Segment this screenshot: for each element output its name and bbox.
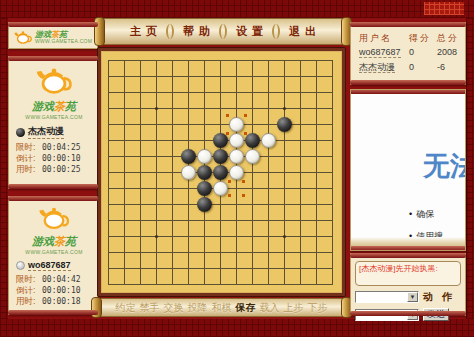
stone-white <box>229 165 244 180</box>
black-stone-icon <box>16 128 25 137</box>
time-value: 00:00:18 <box>42 296 81 307</box>
time-value: 00:00:10 <box>42 285 81 296</box>
scroll-cap <box>350 246 466 251</box>
action-button-3[interactable]: 交换 <box>164 301 184 315</box>
stone-white <box>229 133 244 148</box>
time-label: 用时: <box>16 296 42 307</box>
score-header-2: 得分 <box>409 33 437 43</box>
site-url: WWW.GAMETEA.COM <box>16 114 92 120</box>
score-row-score-2: 0 <box>409 62 437 73</box>
time-value: 00:00:10 <box>42 153 81 164</box>
stone-black <box>277 117 292 132</box>
time-value: 00:00:25 <box>42 164 81 175</box>
time-row: 倒计:00:00:10 <box>16 285 92 296</box>
stone-black <box>197 197 212 212</box>
action-label[interactable]: 动 作 <box>423 290 455 304</box>
star-point <box>155 107 158 110</box>
nav-button-3[interactable]: 设置 <box>227 24 272 39</box>
black-player-panel: 游戏茶苑 WWW.GAMETEA.COM 杰杰动漫 限时:00:04:25倒计:… <box>8 56 98 189</box>
black-player-times: 限时:00:04:25倒计:00:00:10用时:00:00:25 <box>16 142 92 175</box>
action-bar-items: 约定禁手交换投降和棋保存载入上步下步 <box>116 301 328 315</box>
chat-message: [杰杰动漫]先开始执黑: <box>359 264 457 273</box>
stone-black <box>197 181 212 196</box>
site-name: 游戏茶苑 <box>16 99 92 114</box>
stone-white <box>261 133 276 148</box>
star-point <box>155 235 158 238</box>
empty-point-marker <box>228 180 245 197</box>
action-button-9[interactable]: 下步 <box>308 301 328 315</box>
message-panel: 无法 确保 使用搜 <box>350 89 466 251</box>
white-player-panel: 游戏茶苑 WWW.GAMETEA.COM wo687687 限时:00:04:4… <box>8 196 98 315</box>
white-player-name[interactable]: wo687687 <box>28 260 71 271</box>
star-point <box>283 235 286 238</box>
border-frame-top <box>0 0 474 18</box>
action-button-8[interactable]: 上步 <box>284 301 304 315</box>
stone-black <box>181 149 196 164</box>
action-bar: 约定禁手交换投降和棋保存载入上步下步 <box>97 298 346 317</box>
stone-white <box>229 149 244 164</box>
time-row: 限时:00:04:25 <box>16 142 92 153</box>
stone-white <box>197 149 212 164</box>
action-button-5[interactable]: 和棋 <box>212 301 232 315</box>
scroll-cap <box>350 311 466 316</box>
time-row: 用时:00:00:18 <box>16 296 92 307</box>
nav-divider <box>272 24 280 39</box>
score-table: 用户名得分总分wo68768702008杰杰动漫0-6 <box>359 33 461 73</box>
time-label: 限时: <box>16 274 42 285</box>
scroll-cap <box>350 89 466 94</box>
scroll-cap <box>350 80 466 85</box>
score-row-score-1: 0 <box>409 47 437 58</box>
board-surface[interactable] <box>101 51 342 293</box>
teapot-logo-icon <box>13 29 33 45</box>
white-player-times: 限时:00:04:42倒计:00:00:10用时:00:00:18 <box>16 274 92 307</box>
scroll-cap <box>8 196 98 201</box>
board-grid[interactable] <box>108 60 333 285</box>
teapot-logo-icon <box>37 205 71 230</box>
border-frame-left <box>0 18 8 319</box>
stone-black <box>245 133 260 148</box>
action-button-2[interactable]: 禁手 <box>140 301 160 315</box>
teapot-logo-icon <box>34 65 74 95</box>
time-value: 00:04:42 <box>42 274 81 285</box>
nav-button-2[interactable]: 帮助 <box>174 24 219 39</box>
action-dropdown[interactable]: ▼ <box>355 291 419 303</box>
action-button-1[interactable]: 约定 <box>116 301 136 315</box>
chat-panel: [杰杰动漫]先开始执黑: ▼ 动 作 ▼ 发送 <box>350 253 466 316</box>
scroll-cap <box>8 310 98 315</box>
scroll-cap <box>350 22 466 27</box>
time-label: 用时: <box>16 164 42 175</box>
stone-black <box>213 133 228 148</box>
border-frame-right <box>466 18 474 319</box>
stone-white <box>213 181 228 196</box>
stone-white <box>245 149 260 164</box>
time-row: 限时:00:04:42 <box>16 274 92 285</box>
time-value: 00:04:25 <box>42 142 81 153</box>
border-ornament <box>424 2 464 15</box>
scroll-cap <box>350 253 466 258</box>
score-panel: 用户名得分总分wo68768702008杰杰动漫0-6 <box>350 22 466 85</box>
nav-bar-items: 主页帮助设置退出 <box>121 24 325 39</box>
time-label: 倒计: <box>16 285 42 296</box>
nav-button-1[interactable]: 主页 <box>121 24 166 39</box>
score-header-1: 用户名 <box>359 33 409 43</box>
nav-bar: 主页帮助设置退出 <box>100 18 346 45</box>
error-heading: 无法 <box>423 148 466 184</box>
site-name: 游戏茶苑 <box>16 234 92 249</box>
site-url: WWW.GAMETEA.COM <box>35 39 92 44</box>
scroll-cap <box>8 56 98 61</box>
star-point <box>283 107 286 110</box>
chat-message-box: [杰杰动漫]先开始执黑: <box>355 261 461 286</box>
black-player-name[interactable]: 杰杰动漫 <box>28 125 64 139</box>
error-bullet: 确保 <box>409 208 434 221</box>
white-stone-icon <box>16 261 25 270</box>
time-label: 限时: <box>16 142 42 153</box>
nav-button-4[interactable]: 退出 <box>280 24 325 39</box>
stone-black <box>213 149 228 164</box>
time-label: 倒计: <box>16 153 42 164</box>
nav-divider <box>219 24 227 39</box>
stone-black <box>213 165 228 180</box>
time-row: 用时:00:00:25 <box>16 164 92 175</box>
scroll-cap <box>8 184 98 189</box>
last-move-marker <box>226 114 247 135</box>
site-url: WWW.GAMETEA.COM <box>16 249 92 255</box>
stone-white <box>181 165 196 180</box>
action-button-6[interactable]: 保存 <box>236 301 256 315</box>
border-frame-bottom <box>0 319 474 337</box>
score-row-name-2[interactable]: 杰杰动漫 <box>359 62 395 73</box>
score-row-name-1[interactable]: wo687687 <box>359 47 401 58</box>
nav-divider <box>166 24 174 39</box>
score-header-3: 总分 <box>437 33 465 43</box>
scroll-cap <box>8 22 98 27</box>
chevron-down-icon[interactable]: ▼ <box>407 292 418 302</box>
game-window: 游戏茶苑 WWW.GAMETEA.COM 游戏茶苑 WWW.GAMETEA.CO… <box>0 0 474 337</box>
score-row-total-2: -6 <box>437 62 465 73</box>
board <box>97 47 346 297</box>
time-row: 倒计:00:00:10 <box>16 153 92 164</box>
site-logo-small-panel: 游戏茶苑 WWW.GAMETEA.COM <box>8 22 98 49</box>
action-button-4[interactable]: 投降 <box>188 301 208 315</box>
stone-black <box>197 165 212 180</box>
action-button-7[interactable]: 载入 <box>260 301 280 315</box>
score-row-total-1: 2008 <box>437 47 465 58</box>
